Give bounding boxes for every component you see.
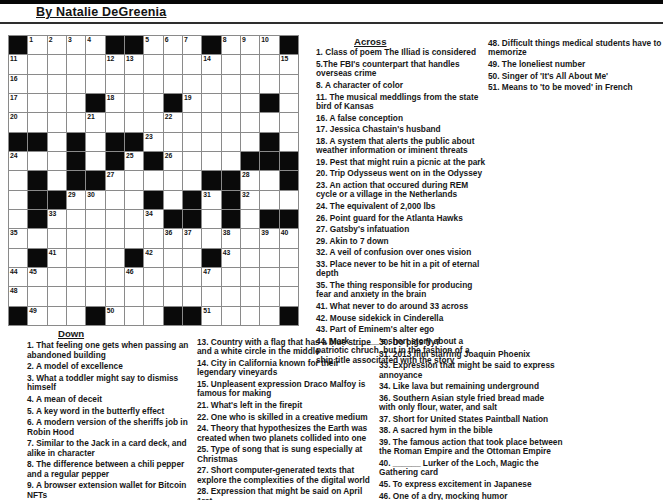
white-cell[interactable]: 32 <box>241 191 259 209</box>
white-cell[interactable]: 34 <box>144 210 162 228</box>
white-cell[interactable] <box>48 94 66 112</box>
clue: 4. A mean of deceit <box>27 395 196 404</box>
cell-number: 19 <box>184 94 192 102</box>
white-cell[interactable] <box>183 249 201 267</box>
white-cell[interactable] <box>280 249 298 267</box>
white-cell[interactable] <box>164 249 182 267</box>
white-cell[interactable] <box>183 152 201 170</box>
white-cell[interactable] <box>48 171 66 189</box>
white-cell[interactable] <box>280 113 298 131</box>
white-cell[interactable] <box>260 75 278 93</box>
cell-number: 15 <box>281 55 289 63</box>
white-cell[interactable]: 2 <box>48 36 66 54</box>
white-cell[interactable] <box>48 152 66 170</box>
black-cell <box>260 210 278 228</box>
cell-number: 44 <box>10 268 18 276</box>
white-cell[interactable] <box>125 171 143 189</box>
cell-number: 13 <box>126 55 134 63</box>
white-cell[interactable] <box>241 55 259 73</box>
cell-number: 51 <box>203 307 211 315</box>
black-cell <box>183 307 201 325</box>
down-clue-list-1: 1. That feeling one gets when passing an… <box>27 341 196 500</box>
clue: 24. The equivalent of 2,000 lbs <box>316 202 487 211</box>
cell-number: 42 <box>145 249 153 257</box>
white-cell[interactable] <box>28 75 46 93</box>
white-cell[interactable] <box>222 152 240 170</box>
white-cell[interactable] <box>260 191 278 209</box>
white-cell[interactable]: 19 <box>183 94 201 112</box>
white-cell[interactable]: 26 <box>164 152 182 170</box>
white-cell[interactable] <box>86 133 104 151</box>
white-cell[interactable] <box>202 210 220 228</box>
black-cell <box>144 191 162 209</box>
white-cell[interactable] <box>260 307 278 325</box>
white-cell[interactable] <box>9 191 27 209</box>
white-cell[interactable]: 21 <box>86 113 104 131</box>
cell-number: 24 <box>10 152 18 160</box>
cell-number: 7 <box>184 36 188 44</box>
cell-number: 16 <box>10 75 18 83</box>
cell-number: 37 <box>184 229 192 237</box>
black-cell <box>241 152 259 170</box>
white-cell[interactable]: 33 <box>48 210 66 228</box>
white-cell[interactable] <box>106 113 124 131</box>
white-cell[interactable] <box>144 75 162 93</box>
clue: 1. That feeling one gets when passing an… <box>27 341 196 360</box>
black-cell <box>67 152 85 170</box>
white-cell[interactable] <box>280 191 298 209</box>
across-clue-list-2: 48. Difficult things medical students ha… <box>488 39 662 93</box>
white-cell[interactable] <box>202 75 220 93</box>
white-cell[interactable]: 28 <box>241 171 259 189</box>
cell-number: 23 <box>145 133 153 141</box>
white-cell[interactable] <box>241 307 259 325</box>
white-cell[interactable]: 16 <box>9 75 27 93</box>
clue: 9. A browser extension wallet for Bitcoi… <box>27 481 196 500</box>
clue: 24. Theory that hypothesizes the Earth w… <box>197 424 378 443</box>
clue: 37. Short for United States Paintball Na… <box>379 415 563 424</box>
white-cell[interactable]: 40 <box>280 229 298 247</box>
white-cell[interactable] <box>106 229 124 247</box>
white-cell[interactable] <box>280 287 298 305</box>
white-cell[interactable] <box>48 113 66 131</box>
white-cell[interactable] <box>222 268 240 286</box>
black-cell <box>86 94 104 112</box>
white-cell[interactable] <box>48 55 66 73</box>
cell-number: 39 <box>261 229 269 237</box>
clue: 38. A sacred hym in the bible <box>379 426 563 435</box>
black-cell <box>280 210 298 228</box>
white-cell[interactable]: 48 <box>9 287 27 305</box>
white-cell[interactable] <box>86 249 104 267</box>
clue: 48. Difficult things medical students ha… <box>488 39 662 58</box>
black-cell <box>28 133 46 151</box>
white-cell[interactable] <box>106 191 124 209</box>
white-cell[interactable]: 31 <box>202 191 220 209</box>
white-cell[interactable] <box>183 268 201 286</box>
clue: 19. Pest that might ruin a picnic at the… <box>316 158 487 167</box>
clue: 49. The loneliest number <box>488 60 662 69</box>
black-cell <box>28 171 46 189</box>
cell-number: 48 <box>10 287 18 295</box>
black-cell <box>202 249 220 267</box>
white-cell[interactable] <box>67 94 85 112</box>
black-cell <box>222 171 240 189</box>
white-cell[interactable] <box>202 94 220 112</box>
black-cell <box>164 307 182 325</box>
white-cell[interactable] <box>28 113 46 131</box>
white-cell[interactable] <box>202 133 220 151</box>
white-cell[interactable]: 35 <box>9 229 27 247</box>
white-cell[interactable] <box>86 55 104 73</box>
white-cell[interactable] <box>222 55 240 73</box>
white-cell[interactable]: 27 <box>106 171 124 189</box>
clue: 18. A system that alerts the public abou… <box>316 137 487 156</box>
white-cell[interactable]: 8 <box>222 36 240 54</box>
white-cell[interactable]: 37 <box>183 229 201 247</box>
white-cell[interactable] <box>222 94 240 112</box>
white-cell[interactable] <box>86 268 104 286</box>
white-cell[interactable] <box>28 287 46 305</box>
white-cell[interactable] <box>9 249 27 267</box>
white-cell[interactable] <box>28 229 46 247</box>
cell-number: 43 <box>223 249 231 257</box>
white-cell[interactable]: 38 <box>222 229 240 247</box>
cell-number: 45 <box>29 268 37 276</box>
crossword-grid[interactable]: 1234567891011121314151617181920212223242… <box>8 35 299 326</box>
white-cell[interactable]: 36 <box>164 229 182 247</box>
white-cell[interactable]: 4 <box>86 36 104 54</box>
clue: 21. What's left in the firepit <box>197 401 378 410</box>
black-cell <box>202 36 220 54</box>
black-cell <box>67 171 85 189</box>
clue: 29. Akin to 7 down <box>316 237 487 246</box>
white-cell[interactable] <box>125 307 143 325</box>
clue: 30. Do pigs fly? <box>379 338 563 347</box>
white-cell[interactable] <box>183 113 201 131</box>
white-cell[interactable] <box>183 287 201 305</box>
clue: 20. Trip Odysseus went on in the Odyssey <box>316 169 487 178</box>
white-cell[interactable]: 29 <box>67 191 85 209</box>
cell-number: 25 <box>126 152 134 160</box>
white-cell[interactable] <box>164 133 182 151</box>
white-cell[interactable] <box>202 287 220 305</box>
across-clues-column-1: Across 1. Class of poem The Illiad is co… <box>316 37 487 367</box>
white-cell[interactable] <box>86 152 104 170</box>
white-cell[interactable] <box>67 113 85 131</box>
black-cell <box>9 133 27 151</box>
white-cell[interactable] <box>280 75 298 93</box>
clue: 8. The difference between a chili pepper… <box>27 460 196 479</box>
clue: 14. City in California known for their l… <box>197 359 378 378</box>
cell-number: 9 <box>242 36 246 44</box>
black-cell <box>48 191 66 209</box>
white-cell[interactable] <box>222 307 240 325</box>
white-cell[interactable]: 3 <box>67 36 85 54</box>
white-cell[interactable] <box>202 152 220 170</box>
cell-number: 4 <box>87 36 91 44</box>
white-cell[interactable] <box>48 287 66 305</box>
divider-rule <box>0 22 663 24</box>
black-cell <box>106 152 124 170</box>
white-cell[interactable] <box>125 94 143 112</box>
white-cell[interactable] <box>241 94 259 112</box>
white-cell[interactable]: 24 <box>9 152 27 170</box>
cell-number: 34 <box>145 210 153 218</box>
black-cell <box>183 210 201 228</box>
white-cell[interactable] <box>106 287 124 305</box>
clue: 5. A key word in the butterfly effect <box>27 407 196 416</box>
down-clues-column-1: Down 1. That feeling one gets when passi… <box>27 329 196 500</box>
white-cell[interactable] <box>144 229 162 247</box>
black-cell <box>260 152 278 170</box>
white-cell[interactable]: 22 <box>164 113 182 131</box>
page-title: By Natalie DeGreenia <box>36 5 166 19</box>
cell-number: 5 <box>145 36 149 44</box>
white-cell[interactable] <box>144 113 162 131</box>
white-cell[interactable] <box>260 268 278 286</box>
white-cell[interactable]: 47 <box>202 268 220 286</box>
white-cell[interactable] <box>67 55 85 73</box>
white-cell[interactable] <box>164 55 182 73</box>
cell-number: 41 <box>49 249 57 257</box>
white-cell[interactable] <box>280 133 298 151</box>
white-cell[interactable] <box>125 229 143 247</box>
white-cell[interactable]: 50 <box>106 307 124 325</box>
white-cell[interactable] <box>48 133 66 151</box>
black-cell <box>260 133 278 151</box>
white-cell[interactable] <box>280 268 298 286</box>
white-cell[interactable] <box>106 268 124 286</box>
clue: 31. 2013 film starring Joaquin Phoenix <box>379 350 563 359</box>
cell-number: 18 <box>107 94 115 102</box>
black-cell <box>125 36 143 54</box>
white-cell[interactable]: 11 <box>9 55 27 73</box>
white-cell[interactable]: 18 <box>106 94 124 112</box>
white-cell[interactable] <box>144 55 162 73</box>
white-cell[interactable] <box>48 307 66 325</box>
white-cell[interactable] <box>222 75 240 93</box>
white-cell[interactable]: 1 <box>28 36 46 54</box>
white-cell[interactable] <box>183 55 201 73</box>
black-cell <box>164 94 182 112</box>
white-cell[interactable] <box>48 75 66 93</box>
clue: 33. Place never to be hit in a pit of et… <box>316 260 487 279</box>
black-cell <box>144 152 162 170</box>
white-cell[interactable] <box>241 113 259 131</box>
white-cell[interactable]: 49 <box>28 307 46 325</box>
clue: 8. A character of color <box>316 81 487 90</box>
white-cell[interactable] <box>164 171 182 189</box>
white-cell[interactable] <box>67 307 85 325</box>
white-cell[interactable]: 46 <box>125 268 143 286</box>
clue: 16. A false conception <box>316 114 487 123</box>
white-cell[interactable] <box>260 55 278 73</box>
black-cell <box>222 210 240 228</box>
cell-number: 46 <box>126 268 134 276</box>
white-cell[interactable] <box>241 133 259 151</box>
white-cell[interactable] <box>241 268 259 286</box>
white-cell[interactable] <box>48 268 66 286</box>
white-cell[interactable]: 13 <box>125 55 143 73</box>
white-cell[interactable] <box>164 287 182 305</box>
white-cell[interactable] <box>280 94 298 112</box>
white-cell[interactable] <box>28 152 46 170</box>
white-cell[interactable] <box>106 249 124 267</box>
white-cell[interactable] <box>67 287 85 305</box>
cell-number: 2 <box>49 36 53 44</box>
white-cell[interactable] <box>106 210 124 228</box>
white-cell[interactable]: 41 <box>48 249 66 267</box>
cell-number: 33 <box>49 210 57 218</box>
white-cell[interactable] <box>125 113 143 131</box>
white-cell[interactable] <box>67 75 85 93</box>
black-cell <box>280 152 298 170</box>
cell-number: 6 <box>165 36 169 44</box>
white-cell[interactable]: 25 <box>125 152 143 170</box>
white-cell[interactable] <box>260 249 278 267</box>
clue: 32. A veil of confusion over ones vision <box>316 248 487 257</box>
white-cell[interactable] <box>183 171 201 189</box>
white-cell[interactable]: 9 <box>241 36 259 54</box>
white-cell[interactable]: 23 <box>144 133 162 151</box>
across-clue-list-1: 1. Class of poem The Illiad is considere… <box>316 48 487 365</box>
clue: 46. One of a dry, mocking humor <box>379 492 563 500</box>
black-cell <box>86 307 104 325</box>
black-cell <box>67 133 85 151</box>
white-cell[interactable]: 6 <box>164 36 182 54</box>
white-cell[interactable] <box>125 191 143 209</box>
white-cell[interactable] <box>241 249 259 267</box>
white-cell[interactable] <box>86 229 104 247</box>
white-cell[interactable] <box>9 171 27 189</box>
black-cell <box>28 191 46 209</box>
clue: 26. Point guard for the Atlanta Hawks <box>316 214 487 223</box>
white-cell[interactable] <box>222 133 240 151</box>
white-cell[interactable]: 43 <box>222 249 240 267</box>
white-cell[interactable] <box>106 75 124 93</box>
cell-number: 35 <box>10 229 18 237</box>
black-cell <box>280 36 298 54</box>
white-cell[interactable] <box>67 210 85 228</box>
white-cell[interactable] <box>222 287 240 305</box>
white-cell[interactable] <box>260 113 278 131</box>
cell-number: 22 <box>165 113 173 121</box>
white-cell[interactable]: 7 <box>183 36 201 54</box>
black-cell <box>222 191 240 209</box>
white-cell[interactable]: 14 <box>202 55 220 73</box>
cell-number: 31 <box>203 191 211 199</box>
white-cell[interactable] <box>48 229 66 247</box>
white-cell[interactable] <box>9 210 27 228</box>
white-cell[interactable]: 44 <box>9 268 27 286</box>
white-cell[interactable] <box>241 287 259 305</box>
white-cell[interactable] <box>144 307 162 325</box>
white-cell[interactable] <box>222 113 240 131</box>
white-cell[interactable] <box>86 287 104 305</box>
white-cell[interactable] <box>241 229 259 247</box>
cell-number: 36 <box>165 229 173 237</box>
black-cell <box>9 36 27 54</box>
clue: 15. Unpleasent expression Draco Malfoy i… <box>197 380 378 399</box>
black-cell <box>164 210 182 228</box>
clue: 45. To express excitement in Japanese <box>379 480 563 489</box>
white-cell[interactable]: 10 <box>260 36 278 54</box>
white-cell[interactable]: 30 <box>86 191 104 209</box>
white-cell[interactable]: 20 <box>9 113 27 131</box>
cell-number: 30 <box>87 191 95 199</box>
white-cell[interactable]: 12 <box>106 55 124 73</box>
white-cell[interactable] <box>144 171 162 189</box>
clue: 25. Type of song that is sung especially… <box>197 445 378 464</box>
clue: 50. Singer of 'It's All About Me' <box>488 72 662 81</box>
black-cell <box>260 94 278 112</box>
clue: 51. Means to 'to be moved' in French <box>488 83 662 92</box>
white-cell[interactable]: 17 <box>9 94 27 112</box>
white-cell[interactable] <box>202 113 220 131</box>
cell-number: 17 <box>10 94 18 102</box>
white-cell[interactable] <box>164 191 182 209</box>
white-cell[interactable]: 5 <box>144 36 162 54</box>
clue: 17. Jessica Chastain's husband <box>316 125 487 134</box>
cell-number: 3 <box>68 36 72 44</box>
white-cell[interactable] <box>144 94 162 112</box>
white-cell[interactable]: 42 <box>144 249 162 267</box>
cell-number: 10 <box>261 36 269 44</box>
white-cell[interactable] <box>164 268 182 286</box>
cell-number: 1 <box>29 36 33 44</box>
white-cell[interactable] <box>125 210 143 228</box>
white-cell[interactable] <box>164 75 182 93</box>
black-cell <box>106 133 124 151</box>
white-cell[interactable] <box>241 75 259 93</box>
white-cell[interactable] <box>144 287 162 305</box>
cell-number: 12 <box>107 55 115 63</box>
black-cell <box>280 307 298 325</box>
white-cell[interactable] <box>183 133 201 151</box>
white-cell[interactable] <box>67 249 85 267</box>
white-cell[interactable] <box>260 171 278 189</box>
white-cell[interactable] <box>260 287 278 305</box>
white-cell[interactable]: 15 <box>280 55 298 73</box>
black-cell <box>280 171 298 189</box>
clue: 5.The FBI's counterpart that handles ove… <box>316 60 487 79</box>
white-cell[interactable]: 51 <box>202 307 220 325</box>
cell-number: 11 <box>10 55 17 63</box>
white-cell[interactable] <box>67 229 85 247</box>
white-cell[interactable] <box>67 268 85 286</box>
white-cell[interactable] <box>202 229 220 247</box>
down-clues-column-3: 30. Do pigs fly?31. 2013 film starring J… <box>379 338 563 500</box>
clue: 11. The musical meddlings from the state… <box>316 93 487 112</box>
white-cell[interactable] <box>125 287 143 305</box>
white-cell[interactable] <box>28 55 46 73</box>
white-cell[interactable] <box>144 268 162 286</box>
white-cell[interactable] <box>28 94 46 112</box>
white-cell[interactable]: 45 <box>28 268 46 286</box>
cell-number: 40 <box>281 229 289 237</box>
white-cell[interactable] <box>125 75 143 93</box>
down-clue-list-3: 30. Do pigs fly?31. 2013 film starring J… <box>379 338 563 500</box>
clue: 3. What a toddler might say to dismiss h… <box>27 374 196 393</box>
clue: 36. Southern Asian style fried bread mad… <box>379 394 563 413</box>
white-cell[interactable] <box>86 210 104 228</box>
black-cell <box>86 171 104 189</box>
white-cell[interactable] <box>86 75 104 93</box>
white-cell[interactable] <box>241 210 259 228</box>
white-cell[interactable] <box>183 75 201 93</box>
white-cell[interactable]: 39 <box>260 229 278 247</box>
